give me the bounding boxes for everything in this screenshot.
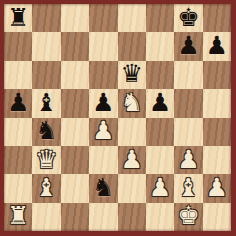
square-d7[interactable] bbox=[89, 32, 117, 60]
square-a4[interactable] bbox=[4, 118, 32, 146]
square-c4[interactable] bbox=[61, 118, 89, 146]
square-d1[interactable] bbox=[89, 203, 117, 231]
square-f1[interactable] bbox=[146, 203, 174, 231]
square-g1[interactable]: ♚ bbox=[174, 203, 202, 231]
square-a1[interactable]: ♜ bbox=[4, 203, 32, 231]
square-b2[interactable]: ♝ bbox=[32, 174, 60, 202]
square-f7[interactable] bbox=[146, 32, 174, 60]
square-g6[interactable] bbox=[174, 61, 202, 89]
black-pawn-g7[interactable]: ♟ bbox=[177, 33, 199, 58]
square-g2[interactable]: ♝ bbox=[174, 174, 202, 202]
white-pawn-e3[interactable]: ♟ bbox=[120, 147, 142, 172]
white-queen-b3[interactable]: ♛ bbox=[35, 147, 57, 172]
black-knight-d2[interactable]: ♞ bbox=[92, 175, 114, 200]
square-g4[interactable] bbox=[174, 118, 202, 146]
square-g3[interactable]: ♟ bbox=[174, 146, 202, 174]
square-a5[interactable]: ♟ bbox=[4, 89, 32, 117]
square-a2[interactable] bbox=[4, 174, 32, 202]
square-h3[interactable] bbox=[203, 146, 231, 174]
chess-board: ♜♚♟♟♛♟♝♟♞♟♞♟♛♟♟♝♞♟♝♟♜♚ bbox=[4, 4, 231, 231]
square-h2[interactable]: ♟ bbox=[203, 174, 231, 202]
square-c3[interactable] bbox=[61, 146, 89, 174]
square-b4[interactable]: ♞ bbox=[32, 118, 60, 146]
square-h8[interactable] bbox=[203, 4, 231, 32]
square-c8[interactable] bbox=[61, 4, 89, 32]
square-c6[interactable] bbox=[61, 61, 89, 89]
square-b8[interactable] bbox=[32, 4, 60, 32]
square-e3[interactable]: ♟ bbox=[118, 146, 146, 174]
black-pawn-d5[interactable]: ♟ bbox=[92, 90, 114, 115]
black-knight-b4[interactable]: ♞ bbox=[35, 118, 57, 143]
square-d6[interactable] bbox=[89, 61, 117, 89]
square-d5[interactable]: ♟ bbox=[89, 89, 117, 117]
square-f8[interactable] bbox=[146, 4, 174, 32]
white-pawn-g3[interactable]: ♟ bbox=[177, 147, 199, 172]
white-rook-a1[interactable]: ♜ bbox=[7, 203, 29, 228]
black-king-g8[interactable]: ♚ bbox=[177, 5, 199, 30]
square-a3[interactable] bbox=[4, 146, 32, 174]
square-a8[interactable]: ♜ bbox=[4, 4, 32, 32]
black-rook-a8[interactable]: ♜ bbox=[7, 5, 29, 30]
square-d8[interactable] bbox=[89, 4, 117, 32]
board-frame: ♜♚♟♟♛♟♝♟♞♟♞♟♛♟♟♝♞♟♝♟♜♚ bbox=[0, 0, 236, 236]
square-b5[interactable]: ♝ bbox=[32, 89, 60, 117]
square-g5[interactable] bbox=[174, 89, 202, 117]
square-c1[interactable] bbox=[61, 203, 89, 231]
square-e1[interactable] bbox=[118, 203, 146, 231]
square-h5[interactable] bbox=[203, 89, 231, 117]
square-b7[interactable] bbox=[32, 32, 60, 60]
square-d2[interactable]: ♞ bbox=[89, 174, 117, 202]
white-bishop-g2[interactable]: ♝ bbox=[177, 175, 199, 200]
square-f2[interactable]: ♟ bbox=[146, 174, 174, 202]
square-e4[interactable] bbox=[118, 118, 146, 146]
white-king-g1[interactable]: ♚ bbox=[177, 203, 199, 228]
square-h7[interactable]: ♟ bbox=[203, 32, 231, 60]
square-e7[interactable] bbox=[118, 32, 146, 60]
square-c7[interactable] bbox=[61, 32, 89, 60]
square-g8[interactable]: ♚ bbox=[174, 4, 202, 32]
black-queen-e6[interactable]: ♛ bbox=[120, 61, 142, 86]
square-b1[interactable] bbox=[32, 203, 60, 231]
square-e8[interactable] bbox=[118, 4, 146, 32]
white-pawn-h2[interactable]: ♟ bbox=[206, 175, 228, 200]
square-a7[interactable] bbox=[4, 32, 32, 60]
square-f6[interactable] bbox=[146, 61, 174, 89]
square-b6[interactable] bbox=[32, 61, 60, 89]
white-knight-e5[interactable]: ♞ bbox=[120, 90, 142, 115]
black-pawn-f5[interactable]: ♟ bbox=[149, 90, 171, 115]
square-g7[interactable]: ♟ bbox=[174, 32, 202, 60]
square-b3[interactable]: ♛ bbox=[32, 146, 60, 174]
square-d4[interactable]: ♟ bbox=[89, 118, 117, 146]
square-h6[interactable] bbox=[203, 61, 231, 89]
black-bishop-b5[interactable]: ♝ bbox=[35, 90, 57, 115]
white-bishop-b2[interactable]: ♝ bbox=[35, 175, 57, 200]
square-h1[interactable] bbox=[203, 203, 231, 231]
white-pawn-f2[interactable]: ♟ bbox=[149, 175, 171, 200]
square-e6[interactable]: ♛ bbox=[118, 61, 146, 89]
square-c2[interactable] bbox=[61, 174, 89, 202]
square-e5[interactable]: ♞ bbox=[118, 89, 146, 117]
square-d3[interactable] bbox=[89, 146, 117, 174]
square-f5[interactable]: ♟ bbox=[146, 89, 174, 117]
square-f3[interactable] bbox=[146, 146, 174, 174]
black-pawn-h7[interactable]: ♟ bbox=[206, 33, 228, 58]
square-h4[interactable] bbox=[203, 118, 231, 146]
square-e2[interactable] bbox=[118, 174, 146, 202]
black-pawn-a5[interactable]: ♟ bbox=[7, 90, 29, 115]
square-f4[interactable] bbox=[146, 118, 174, 146]
white-pawn-d4[interactable]: ♟ bbox=[92, 118, 114, 143]
square-a6[interactable] bbox=[4, 61, 32, 89]
square-c5[interactable] bbox=[61, 89, 89, 117]
